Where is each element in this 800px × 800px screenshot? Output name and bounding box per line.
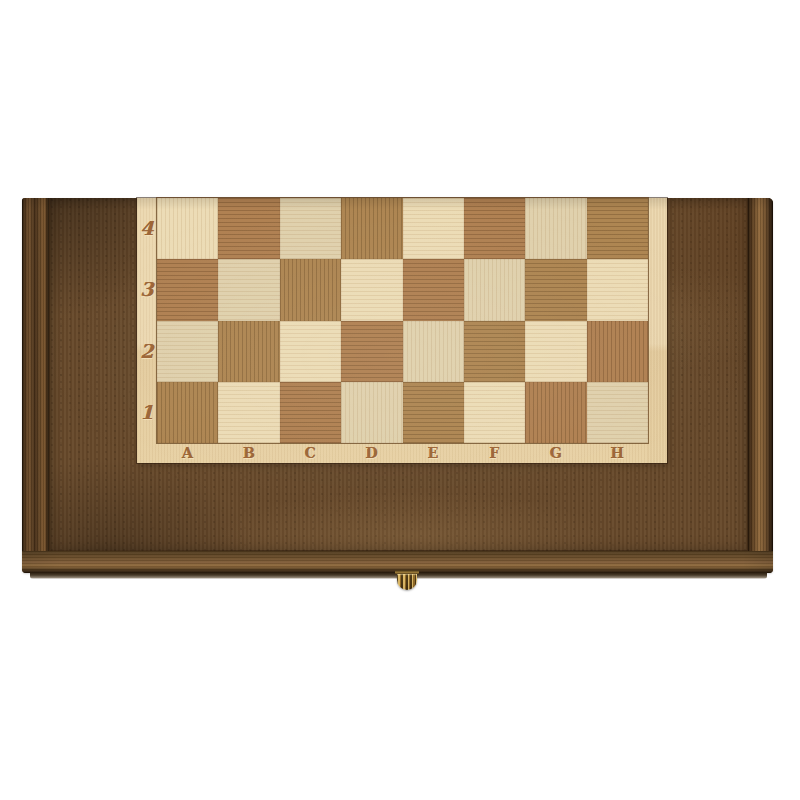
square-f4 [464,198,525,259]
clasp-knob [397,574,417,590]
square-d3 [341,259,402,320]
square-h2 [587,321,648,382]
rank-label-4: 4 [137,198,157,259]
square-f3 [464,259,525,320]
rank-labels-strip: 4321 [137,198,157,443]
file-labels-strip: ABCDEFGH [157,443,648,463]
product-photo: 4321 ABCDEFGH [0,0,800,800]
square-h4 [587,198,648,259]
square-e2 [403,321,464,382]
square-e3 [403,259,464,320]
rank-label-2: 2 [137,321,157,382]
square-b4 [218,198,279,259]
rank-label-3: 3 [137,259,157,320]
square-g4 [525,198,586,259]
chess-box-lid: 4321 ABCDEFGH [22,198,773,573]
file-label-h: H [587,443,648,463]
rank-label-1: 1 [137,382,157,443]
square-e1 [403,382,464,443]
file-label-f: F [464,443,525,463]
square-a4 [157,198,218,259]
box-right-bevel-edge [748,198,773,551]
square-h3 [587,259,648,320]
file-label-b: B [218,443,279,463]
square-c4 [280,198,341,259]
square-c2 [280,321,341,382]
square-b2 [218,321,279,382]
file-label-a: A [157,443,218,463]
square-f1 [464,382,525,443]
square-b3 [218,259,279,320]
file-label-d: D [341,443,402,463]
square-a1 [157,382,218,443]
file-label-e: E [403,443,464,463]
square-d4 [341,198,402,259]
square-a3 [157,259,218,320]
brass-clasp-icon [394,570,420,591]
square-h1 [587,382,648,443]
chessboard-grid [157,198,648,443]
chessboard-inlay: 4321 ABCDEFGH [137,198,667,463]
square-c3 [280,259,341,320]
square-g3 [525,259,586,320]
square-g1 [525,382,586,443]
inlay-right-border [648,198,667,463]
square-a2 [157,321,218,382]
box-left-bevel-edge [22,198,49,551]
square-f2 [464,321,525,382]
file-label-c: C [280,443,341,463]
square-d1 [341,382,402,443]
square-e4 [403,198,464,259]
square-c1 [280,382,341,443]
square-g2 [525,321,586,382]
file-label-g: G [525,443,586,463]
square-d2 [341,321,402,382]
square-b1 [218,382,279,443]
